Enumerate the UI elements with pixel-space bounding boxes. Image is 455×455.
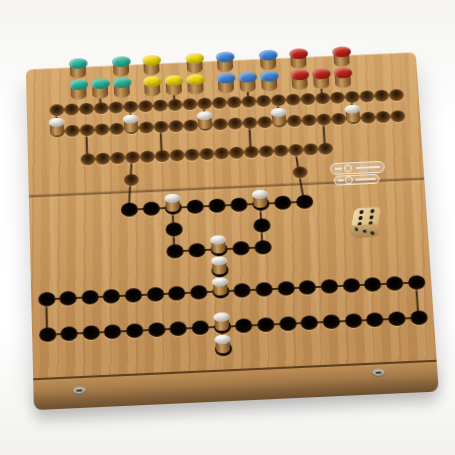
hole-upper-row-1-2[interactable] xyxy=(78,103,93,115)
hole-upper-row-3-2[interactable] xyxy=(110,152,125,164)
peg-blue-bottom-0[interactable] xyxy=(216,72,236,93)
hole-upper-row-1-15[interactable] xyxy=(270,94,285,106)
hole-upper-row-3-7[interactable] xyxy=(184,149,199,161)
peg-teal-bottom-2[interactable] xyxy=(112,77,131,98)
hole-upper-row-1-21[interactable] xyxy=(359,90,374,102)
hole-upper-row-3-14[interactable] xyxy=(288,144,303,156)
peg-teal-top-1[interactable] xyxy=(111,56,130,77)
hole-mid-row-9hole-1[interactable] xyxy=(142,201,159,216)
hole-upper-row-3-6[interactable] xyxy=(169,149,184,161)
barricade-peg-1[interactable] xyxy=(123,114,139,132)
hole-mid-connector-0[interactable] xyxy=(165,222,183,237)
die-top-pip-4 xyxy=(369,215,374,219)
hole-upper-row-1-22[interactable] xyxy=(373,90,388,102)
hole-upper-row-2-4[interactable] xyxy=(109,123,124,135)
holes-layer xyxy=(0,0,438,17)
barricade-peg-6[interactable] xyxy=(252,190,269,208)
barricade-peg-4[interactable] xyxy=(344,104,361,122)
hole-upper-row-1-20[interactable] xyxy=(344,91,359,103)
die-top-pip-1 xyxy=(358,216,363,220)
hole-upper-row-1-9[interactable] xyxy=(182,98,197,110)
hole-upper-row-1-1[interactable] xyxy=(64,103,79,115)
hole-upper-row-2-7[interactable] xyxy=(153,121,168,133)
peg-blue-bottom-1[interactable] xyxy=(238,71,258,92)
hole-upper-row-3-12[interactable] xyxy=(258,145,273,157)
brand-plate-lower xyxy=(334,174,380,186)
hole-upper-row-3-8[interactable] xyxy=(199,148,214,160)
hole-upper-row-3-11[interactable] xyxy=(243,146,258,158)
die-front-face xyxy=(349,224,381,239)
hole-upper-row-2-17[interactable] xyxy=(301,114,316,126)
hole-mid-row-5hole-4[interactable] xyxy=(254,240,272,255)
die[interactable] xyxy=(349,207,387,244)
brand-plate-text-mark xyxy=(356,166,380,169)
hole-upper-row-2-8[interactable] xyxy=(168,120,183,132)
peg-yellow-top-1[interactable] xyxy=(185,53,204,74)
barricade-peg-7[interactable] xyxy=(210,235,227,254)
hole-upper-row-1-16[interactable] xyxy=(285,94,300,106)
game-board xyxy=(0,0,455,455)
pegs-layer xyxy=(0,0,438,17)
hole-upper-row-2-12[interactable] xyxy=(227,117,242,129)
brand-plate-mark xyxy=(338,179,344,181)
peg-yellow-bottom-0[interactable] xyxy=(143,76,162,97)
peg-red-top-0[interactable] xyxy=(289,48,309,69)
hole-upper-row-2-19[interactable] xyxy=(330,113,345,125)
peg-red-bottom-2[interactable] xyxy=(333,67,353,88)
brand-plate-mark xyxy=(335,168,342,170)
hole-upper-row-2-13[interactable] xyxy=(242,117,257,129)
hardware-layer xyxy=(0,0,438,17)
barricade-peg-11[interactable] xyxy=(214,334,231,353)
barricade-peg-8[interactable] xyxy=(211,256,228,275)
barricade-peg-10[interactable] xyxy=(213,312,230,331)
hole-upper-row-3-15[interactable] xyxy=(303,143,318,155)
barricade-peg-3[interactable] xyxy=(270,108,287,126)
hole-upper-row-1-4[interactable] xyxy=(108,101,123,113)
hole-fold-connector-0[interactable] xyxy=(123,174,138,186)
hole-upper-row-3-0[interactable] xyxy=(80,153,95,165)
peg-blue-bottom-2[interactable] xyxy=(259,71,279,92)
hole-upper-row-3-10[interactable] xyxy=(228,147,243,159)
hole-mid-connector-1[interactable] xyxy=(253,218,271,233)
hole-upper-row-1-14[interactable] xyxy=(256,95,271,107)
die-front-pip-2 xyxy=(370,231,375,235)
hole-upper-row-1-11[interactable] xyxy=(211,97,226,109)
hole-upper-row-3-5[interactable] xyxy=(154,150,169,162)
hole-mid-row-5hole-3[interactable] xyxy=(232,241,250,256)
hole-upper-row-1-8[interactable] xyxy=(167,99,182,111)
peg-red-bottom-0[interactable] xyxy=(290,69,310,90)
peg-red-top-1[interactable] xyxy=(332,46,352,67)
peg-blue-top-1[interactable] xyxy=(258,50,278,71)
hole-upper-row-3-3[interactable] xyxy=(124,151,139,163)
hole-upper-row-3-9[interactable] xyxy=(214,147,229,159)
hole-upper-row-1-18[interactable] xyxy=(315,92,330,104)
hole-upper-row-1-5[interactable] xyxy=(123,101,138,113)
hole-mid-row-9hole-8[interactable] xyxy=(295,195,313,210)
hole-upper-row-1-3[interactable] xyxy=(93,102,108,114)
hole-upper-row-2-18[interactable] xyxy=(316,114,331,126)
hole-upper-row-1-23[interactable] xyxy=(388,89,403,101)
hole-upper-row-1-17[interactable] xyxy=(300,93,315,105)
die-top-pip-0 xyxy=(359,210,364,214)
hole-upper-row-2-3[interactable] xyxy=(94,123,109,135)
hole-upper-row-3-4[interactable] xyxy=(139,151,154,163)
hole-fold-connector-1[interactable] xyxy=(292,166,308,178)
hole-upper-row-2-16[interactable] xyxy=(286,115,301,127)
hole-mid-row-9hole-7[interactable] xyxy=(273,196,291,211)
hole-upper-row-2-2[interactable] xyxy=(79,124,94,136)
peg-teal-bottom-1[interactable] xyxy=(90,78,109,99)
hole-mid-row-9hole-3[interactable] xyxy=(186,199,204,214)
brand-plate-text-mark xyxy=(355,178,375,181)
hole-upper-row-1-12[interactable] xyxy=(226,96,241,108)
hole-upper-row-3-16[interactable] xyxy=(317,143,332,155)
hole-upper-row-2-23[interactable] xyxy=(390,110,406,122)
hole-upper-row-1-0[interactable] xyxy=(49,104,64,116)
barricade-peg-9[interactable] xyxy=(212,277,229,296)
brand-plate-upper xyxy=(330,161,385,175)
die-front-pip-1 xyxy=(362,229,367,233)
brand-logo-circle xyxy=(344,164,352,172)
hole-upper-row-2-21[interactable] xyxy=(360,112,375,124)
die-top-pip-3 xyxy=(370,209,375,213)
hole-upper-row-1-6[interactable] xyxy=(137,100,152,112)
hole-upper-row-3-13[interactable] xyxy=(273,145,288,157)
peg-red-bottom-1[interactable] xyxy=(311,68,331,89)
hole-upper-row-2-1[interactable] xyxy=(64,125,79,137)
track-lines-layer xyxy=(0,0,438,17)
hole-upper-row-3-1[interactable] xyxy=(95,153,110,165)
barricade-peg-2[interactable] xyxy=(197,111,214,129)
hole-upper-row-1-7[interactable] xyxy=(152,100,167,112)
hole-upper-row-2-6[interactable] xyxy=(138,121,153,133)
peg-yellow-top-0[interactable] xyxy=(142,55,161,76)
peg-teal-top-0[interactable] xyxy=(68,58,87,79)
peg-yellow-bottom-2[interactable] xyxy=(186,74,206,95)
peg-yellow-bottom-1[interactable] xyxy=(164,75,183,96)
hole-upper-row-2-14[interactable] xyxy=(257,116,272,128)
peg-blue-top-0[interactable] xyxy=(215,51,235,72)
barricade-peg-0[interactable] xyxy=(49,118,65,136)
hole-upper-row-1-19[interactable] xyxy=(329,92,344,104)
die-front-pip-0 xyxy=(354,227,359,231)
hole-upper-row-1-10[interactable] xyxy=(197,98,212,110)
hole-upper-row-2-22[interactable] xyxy=(375,111,391,123)
hole-upper-row-2-11[interactable] xyxy=(212,118,227,130)
hole-upper-row-2-9[interactable] xyxy=(183,119,198,131)
barricade-peg-5[interactable] xyxy=(164,194,181,212)
hole-upper-row-1-13[interactable] xyxy=(241,96,256,108)
brand-logo-circle xyxy=(345,176,353,184)
peg-teal-bottom-0[interactable] xyxy=(69,79,88,100)
